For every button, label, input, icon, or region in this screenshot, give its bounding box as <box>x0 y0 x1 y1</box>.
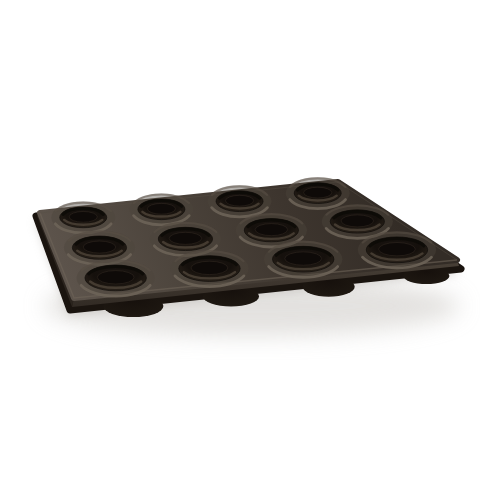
cup-bottom-disc <box>97 271 134 284</box>
cup-bottom-disc <box>83 241 116 253</box>
product-photo-stage <box>0 0 480 480</box>
muffin-cup-r2c1 <box>64 231 135 265</box>
muffin-cup-r3c2 <box>170 250 248 287</box>
cup-bottom-disc <box>304 187 332 198</box>
muffin-cup-r1c1 <box>51 202 115 234</box>
muffin-cup-r3c3 <box>264 241 342 278</box>
cup-bottom-disc <box>341 215 374 227</box>
cup-bottom-disc <box>69 211 97 222</box>
cup-bottom-disc <box>169 232 202 244</box>
cup-bottom-disc <box>191 261 228 274</box>
muffin-tray-photo <box>0 0 480 480</box>
muffin-cup-r1c2 <box>129 193 193 225</box>
cup-bottom-disc <box>225 195 253 206</box>
muffin-cup-r3c4 <box>358 231 436 268</box>
muffin-cup-r3c1 <box>76 260 154 297</box>
muffin-cup-r1c3 <box>208 185 272 217</box>
cup-bottom-disc <box>147 203 175 214</box>
cup-bottom-disc <box>285 252 322 265</box>
cup-bottom-disc <box>255 224 288 236</box>
cup-bottom-disc <box>379 242 416 255</box>
muffin-cup-r1c4 <box>286 177 350 209</box>
